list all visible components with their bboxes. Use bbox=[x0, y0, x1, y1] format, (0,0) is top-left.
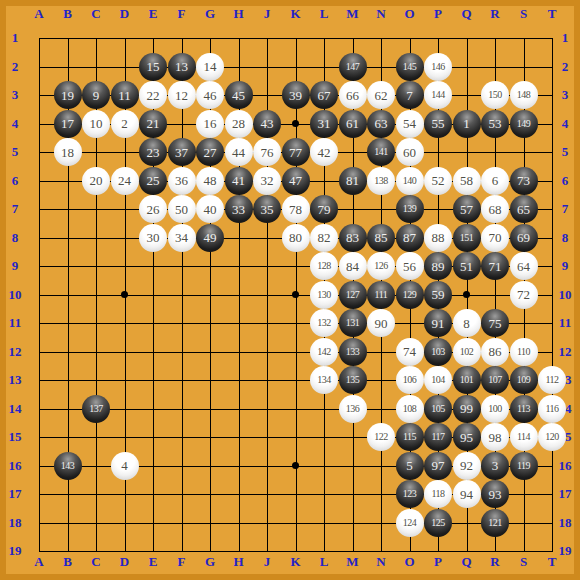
move-number: 11 bbox=[118, 89, 131, 102]
stone-Q15: 95 bbox=[453, 423, 481, 451]
col-label-K: K bbox=[281, 5, 310, 23]
col-label-D: D bbox=[110, 5, 139, 23]
go-board-grid: 1234567891011121314151617181920212223242… bbox=[25, 24, 567, 566]
stone-S16: 119 bbox=[510, 452, 538, 480]
move-number: 92 bbox=[460, 459, 473, 472]
move-number: 10 bbox=[90, 117, 103, 130]
stone-P2: 146 bbox=[424, 53, 452, 81]
stone-Q9: 51 bbox=[453, 252, 481, 280]
move-number: 122 bbox=[374, 432, 388, 442]
stone-H4: 28 bbox=[225, 110, 253, 138]
stone-P9: 89 bbox=[424, 252, 452, 280]
move-number: 30 bbox=[147, 231, 160, 244]
stone-N9: 126 bbox=[367, 252, 395, 280]
col-label-P: P bbox=[424, 5, 453, 23]
stone-R15: 98 bbox=[481, 423, 509, 451]
stone-P17: 118 bbox=[424, 480, 452, 508]
stone-P15: 117 bbox=[424, 423, 452, 451]
move-number: 138 bbox=[374, 176, 388, 186]
stone-Q14: 99 bbox=[453, 395, 481, 423]
move-number: 75 bbox=[489, 317, 502, 330]
stone-S7: 65 bbox=[510, 195, 538, 223]
move-number: 42 bbox=[318, 146, 331, 159]
move-number: 129 bbox=[403, 290, 417, 300]
move-number: 4 bbox=[121, 459, 128, 472]
move-number: 82 bbox=[318, 231, 331, 244]
move-number: 123 bbox=[403, 489, 417, 499]
move-number: 72 bbox=[517, 288, 530, 301]
move-number: 60 bbox=[403, 146, 416, 159]
move-number: 54 bbox=[403, 117, 416, 130]
stone-M14: 136 bbox=[339, 395, 367, 423]
move-number: 116 bbox=[545, 404, 558, 414]
stone-S8: 69 bbox=[510, 224, 538, 252]
move-number: 146 bbox=[431, 62, 445, 72]
stone-P13: 104 bbox=[424, 366, 452, 394]
stone-O16: 5 bbox=[396, 452, 424, 480]
move-number: 53 bbox=[489, 117, 502, 130]
move-number: 55 bbox=[432, 117, 445, 130]
stone-R8: 70 bbox=[481, 224, 509, 252]
stone-P16: 97 bbox=[424, 452, 452, 480]
stone-R6: 6 bbox=[481, 167, 509, 195]
go-diagram: ABCDEFGHJKLMNOPQRST ABCDEFGHJKLMNOPQRST … bbox=[0, 0, 580, 580]
col-label-N: N bbox=[367, 5, 396, 23]
stone-J5: 76 bbox=[253, 138, 281, 166]
col-label-A: A bbox=[25, 5, 54, 23]
stone-P12: 103 bbox=[424, 338, 452, 366]
stone-C6: 20 bbox=[82, 167, 110, 195]
stone-L9: 128 bbox=[310, 252, 338, 280]
stone-L7: 79 bbox=[310, 195, 338, 223]
stone-O7: 139 bbox=[396, 195, 424, 223]
move-number: 105 bbox=[431, 404, 445, 414]
move-number: 65 bbox=[517, 203, 530, 216]
stone-O14: 108 bbox=[396, 395, 424, 423]
stone-P6: 52 bbox=[424, 167, 452, 195]
move-number: 37 bbox=[175, 146, 188, 159]
star-point-K16 bbox=[292, 462, 299, 469]
stone-R9: 71 bbox=[481, 252, 509, 280]
move-number: 120 bbox=[545, 432, 559, 442]
stone-L13: 134 bbox=[310, 366, 338, 394]
stone-P14: 105 bbox=[424, 395, 452, 423]
stone-O10: 129 bbox=[396, 281, 424, 309]
stone-D6: 24 bbox=[111, 167, 139, 195]
stone-Q7: 57 bbox=[453, 195, 481, 223]
stone-O6: 140 bbox=[396, 167, 424, 195]
stone-E7: 26 bbox=[139, 195, 167, 223]
move-number: 77 bbox=[289, 146, 302, 159]
stone-M3: 66 bbox=[339, 81, 367, 109]
stone-P3: 144 bbox=[424, 81, 452, 109]
move-number: 97 bbox=[432, 459, 445, 472]
stone-R17: 93 bbox=[481, 480, 509, 508]
move-number: 128 bbox=[317, 261, 331, 271]
stone-Q12: 102 bbox=[453, 338, 481, 366]
move-number: 45 bbox=[232, 89, 245, 102]
stone-G6: 48 bbox=[196, 167, 224, 195]
stone-M4: 61 bbox=[339, 110, 367, 138]
move-number: 115 bbox=[403, 432, 416, 442]
stone-T13: 112 bbox=[538, 366, 566, 394]
move-number: 62 bbox=[375, 89, 388, 102]
move-number: 130 bbox=[317, 290, 331, 300]
move-number: 28 bbox=[232, 117, 245, 130]
star-point-Q10 bbox=[463, 291, 470, 298]
move-number: 51 bbox=[460, 260, 473, 273]
move-number: 118 bbox=[431, 489, 444, 499]
move-number: 40 bbox=[204, 203, 217, 216]
move-number: 1 bbox=[463, 117, 470, 130]
stone-S15: 114 bbox=[510, 423, 538, 451]
stone-J6: 32 bbox=[253, 167, 281, 195]
move-number: 22 bbox=[147, 89, 160, 102]
stone-G8: 49 bbox=[196, 224, 224, 252]
move-number: 46 bbox=[204, 89, 217, 102]
move-number: 106 bbox=[403, 375, 417, 385]
stone-D16: 4 bbox=[111, 452, 139, 480]
move-number: 16 bbox=[204, 117, 217, 130]
col-label-R: R bbox=[481, 5, 510, 23]
move-number: 63 bbox=[375, 117, 388, 130]
move-number: 125 bbox=[431, 518, 445, 528]
stone-L5: 42 bbox=[310, 138, 338, 166]
move-number: 52 bbox=[432, 174, 445, 187]
stone-O17: 123 bbox=[396, 480, 424, 508]
move-number: 124 bbox=[403, 518, 417, 528]
stone-K5: 77 bbox=[282, 138, 310, 166]
move-number: 104 bbox=[431, 375, 445, 385]
stone-L4: 31 bbox=[310, 110, 338, 138]
move-number: 66 bbox=[346, 89, 359, 102]
stone-S12: 110 bbox=[510, 338, 538, 366]
stone-O12: 74 bbox=[396, 338, 424, 366]
move-number: 114 bbox=[517, 432, 530, 442]
move-number: 39 bbox=[289, 89, 302, 102]
move-number: 87 bbox=[403, 231, 416, 244]
stone-T14: 116 bbox=[538, 395, 566, 423]
move-number: 68 bbox=[489, 203, 502, 216]
stone-M11: 131 bbox=[339, 309, 367, 337]
col-label-T: T bbox=[538, 5, 567, 23]
move-number: 2 bbox=[121, 117, 128, 130]
stone-F7: 50 bbox=[168, 195, 196, 223]
stone-R13: 107 bbox=[481, 366, 509, 394]
star-point-D10 bbox=[121, 291, 128, 298]
move-number: 112 bbox=[545, 375, 558, 385]
move-number: 48 bbox=[204, 174, 217, 187]
move-number: 50 bbox=[175, 203, 188, 216]
stone-P11: 91 bbox=[424, 309, 452, 337]
stone-S9: 64 bbox=[510, 252, 538, 280]
move-number: 79 bbox=[318, 203, 331, 216]
stone-R3: 150 bbox=[481, 81, 509, 109]
stone-M13: 135 bbox=[339, 366, 367, 394]
stone-O5: 60 bbox=[396, 138, 424, 166]
stone-N5: 141 bbox=[367, 138, 395, 166]
move-number: 13 bbox=[175, 60, 188, 73]
stone-L8: 82 bbox=[310, 224, 338, 252]
stone-Q16: 92 bbox=[453, 452, 481, 480]
move-number: 56 bbox=[403, 260, 416, 273]
stone-C3: 9 bbox=[82, 81, 110, 109]
stone-B5: 18 bbox=[54, 138, 82, 166]
move-number: 147 bbox=[346, 62, 360, 72]
move-number: 17 bbox=[61, 117, 74, 130]
move-number: 31 bbox=[318, 117, 331, 130]
stone-Q4: 1 bbox=[453, 110, 481, 138]
stone-N8: 85 bbox=[367, 224, 395, 252]
move-number: 117 bbox=[431, 432, 444, 442]
move-number: 144 bbox=[431, 90, 445, 100]
move-number: 133 bbox=[346, 347, 360, 357]
stone-M8: 83 bbox=[339, 224, 367, 252]
col-label-L: L bbox=[310, 5, 339, 23]
move-number: 58 bbox=[460, 174, 473, 187]
move-number: 98 bbox=[489, 431, 502, 444]
move-number: 102 bbox=[460, 347, 474, 357]
stone-B3: 19 bbox=[54, 81, 82, 109]
move-number: 12 bbox=[175, 89, 188, 102]
move-number: 89 bbox=[432, 260, 445, 273]
stone-O8: 87 bbox=[396, 224, 424, 252]
stone-F8: 34 bbox=[168, 224, 196, 252]
stone-M6: 81 bbox=[339, 167, 367, 195]
stone-N3: 62 bbox=[367, 81, 395, 109]
col-label-M: M bbox=[338, 5, 367, 23]
move-number: 148 bbox=[517, 90, 531, 100]
stone-E3: 22 bbox=[139, 81, 167, 109]
stone-E6: 25 bbox=[139, 167, 167, 195]
move-number: 34 bbox=[175, 231, 188, 244]
stone-K7: 78 bbox=[282, 195, 310, 223]
stone-E5: 23 bbox=[139, 138, 167, 166]
col-label-F: F bbox=[167, 5, 196, 23]
move-number: 100 bbox=[488, 404, 502, 414]
stone-G2: 14 bbox=[196, 53, 224, 81]
move-number: 121 bbox=[488, 518, 502, 528]
stone-M2: 147 bbox=[339, 53, 367, 81]
col-label-Q: Q bbox=[452, 5, 481, 23]
column-labels-top: ABCDEFGHJKLMNOPQRST bbox=[25, 5, 567, 23]
star-point-K4 bbox=[292, 120, 299, 127]
stone-H6: 41 bbox=[225, 167, 253, 195]
move-number: 8 bbox=[463, 317, 470, 330]
stone-H7: 33 bbox=[225, 195, 253, 223]
move-number: 19 bbox=[61, 89, 74, 102]
move-number: 24 bbox=[118, 174, 131, 187]
move-number: 88 bbox=[432, 231, 445, 244]
stone-B4: 17 bbox=[54, 110, 82, 138]
move-number: 59 bbox=[432, 288, 445, 301]
move-number: 6 bbox=[492, 174, 499, 187]
move-number: 26 bbox=[147, 203, 160, 216]
move-number: 57 bbox=[460, 203, 473, 216]
move-number: 132 bbox=[317, 318, 331, 328]
move-number: 36 bbox=[175, 174, 188, 187]
move-number: 143 bbox=[61, 461, 75, 471]
move-number: 14 bbox=[204, 60, 217, 73]
move-number: 23 bbox=[147, 146, 160, 159]
move-number: 86 bbox=[489, 345, 502, 358]
stone-Q6: 58 bbox=[453, 167, 481, 195]
move-number: 61 bbox=[346, 117, 359, 130]
stone-J4: 43 bbox=[253, 110, 281, 138]
stone-F6: 36 bbox=[168, 167, 196, 195]
move-number: 43 bbox=[261, 117, 274, 130]
stone-Q13: 101 bbox=[453, 366, 481, 394]
stone-D4: 2 bbox=[111, 110, 139, 138]
stone-L10: 130 bbox=[310, 281, 338, 309]
stone-H3: 45 bbox=[225, 81, 253, 109]
move-number: 150 bbox=[488, 90, 502, 100]
stone-H5: 44 bbox=[225, 138, 253, 166]
stone-C14: 137 bbox=[82, 395, 110, 423]
move-number: 113 bbox=[517, 404, 530, 414]
stone-G5: 27 bbox=[196, 138, 224, 166]
stone-R7: 68 bbox=[481, 195, 509, 223]
move-number: 25 bbox=[147, 174, 160, 187]
stone-O15: 115 bbox=[396, 423, 424, 451]
move-number: 95 bbox=[460, 431, 473, 444]
move-number: 9 bbox=[93, 89, 100, 102]
move-number: 101 bbox=[460, 375, 474, 385]
move-number: 111 bbox=[375, 290, 388, 300]
move-number: 83 bbox=[346, 231, 359, 244]
stone-F2: 13 bbox=[168, 53, 196, 81]
col-label-E: E bbox=[139, 5, 168, 23]
stone-G7: 40 bbox=[196, 195, 224, 223]
col-label-C: C bbox=[82, 5, 111, 23]
stone-N4: 63 bbox=[367, 110, 395, 138]
move-number: 85 bbox=[375, 231, 388, 244]
stone-E4: 21 bbox=[139, 110, 167, 138]
move-number: 145 bbox=[403, 62, 417, 72]
move-number: 134 bbox=[317, 375, 331, 385]
col-label-J: J bbox=[253, 5, 282, 23]
move-number: 119 bbox=[517, 461, 530, 471]
move-number: 33 bbox=[232, 203, 245, 216]
stone-N10: 111 bbox=[367, 281, 395, 309]
stone-S6: 73 bbox=[510, 167, 538, 195]
move-number: 44 bbox=[232, 146, 245, 159]
move-number: 108 bbox=[403, 404, 417, 414]
stone-Q17: 94 bbox=[453, 480, 481, 508]
stone-B16: 143 bbox=[54, 452, 82, 480]
move-number: 90 bbox=[375, 317, 388, 330]
move-number: 141 bbox=[374, 147, 388, 157]
stone-O2: 145 bbox=[396, 53, 424, 81]
stone-Q8: 151 bbox=[453, 224, 481, 252]
stone-M12: 133 bbox=[339, 338, 367, 366]
stone-M9: 84 bbox=[339, 252, 367, 280]
move-number: 91 bbox=[432, 317, 445, 330]
move-number: 126 bbox=[374, 261, 388, 271]
stone-L12: 142 bbox=[310, 338, 338, 366]
move-number: 64 bbox=[517, 260, 530, 273]
col-label-S: S bbox=[509, 5, 538, 23]
move-number: 151 bbox=[460, 233, 474, 243]
move-number: 135 bbox=[346, 375, 360, 385]
stone-R14: 100 bbox=[481, 395, 509, 423]
move-number: 21 bbox=[147, 117, 160, 130]
stone-E2: 15 bbox=[139, 53, 167, 81]
move-number: 149 bbox=[517, 119, 531, 129]
move-number: 18 bbox=[61, 146, 74, 159]
move-number: 71 bbox=[489, 260, 502, 273]
move-number: 49 bbox=[204, 231, 217, 244]
stone-G3: 46 bbox=[196, 81, 224, 109]
move-number: 93 bbox=[489, 488, 502, 501]
move-number: 47 bbox=[289, 174, 302, 187]
move-number: 81 bbox=[346, 174, 359, 187]
stone-K3: 39 bbox=[282, 81, 310, 109]
stone-Q11: 8 bbox=[453, 309, 481, 337]
stone-S3: 148 bbox=[510, 81, 538, 109]
move-number: 127 bbox=[346, 290, 360, 300]
move-number: 142 bbox=[317, 347, 331, 357]
move-number: 136 bbox=[346, 404, 360, 414]
move-number: 103 bbox=[431, 347, 445, 357]
col-label-H: H bbox=[224, 5, 253, 23]
move-number: 20 bbox=[90, 174, 103, 187]
move-number: 107 bbox=[488, 375, 502, 385]
stone-D3: 11 bbox=[111, 81, 139, 109]
move-number: 110 bbox=[517, 347, 530, 357]
stone-P10: 59 bbox=[424, 281, 452, 309]
stone-S14: 113 bbox=[510, 395, 538, 423]
move-number: 67 bbox=[318, 89, 331, 102]
stone-O3: 7 bbox=[396, 81, 424, 109]
stone-K6: 47 bbox=[282, 167, 310, 195]
move-number: 7 bbox=[406, 89, 413, 102]
move-number: 15 bbox=[147, 60, 160, 73]
stone-O13: 106 bbox=[396, 366, 424, 394]
stone-R4: 53 bbox=[481, 110, 509, 138]
move-number: 70 bbox=[489, 231, 502, 244]
stone-L3: 67 bbox=[310, 81, 338, 109]
move-number: 94 bbox=[460, 488, 473, 501]
col-label-O: O bbox=[395, 5, 424, 23]
move-number: 32 bbox=[261, 174, 274, 187]
stone-J7: 35 bbox=[253, 195, 281, 223]
move-number: 80 bbox=[289, 231, 302, 244]
move-number: 137 bbox=[89, 404, 103, 414]
stone-S13: 109 bbox=[510, 366, 538, 394]
move-number: 41 bbox=[232, 174, 245, 187]
stone-K8: 80 bbox=[282, 224, 310, 252]
move-number: 99 bbox=[460, 402, 473, 415]
stone-S10: 72 bbox=[510, 281, 538, 309]
move-number: 78 bbox=[289, 203, 302, 216]
move-number: 3 bbox=[492, 459, 499, 472]
stone-R12: 86 bbox=[481, 338, 509, 366]
stone-R11: 75 bbox=[481, 309, 509, 337]
stone-N6: 138 bbox=[367, 167, 395, 195]
move-number: 140 bbox=[403, 176, 417, 186]
stone-O9: 56 bbox=[396, 252, 424, 280]
stone-E8: 30 bbox=[139, 224, 167, 252]
stone-R18: 121 bbox=[481, 509, 509, 537]
move-number: 84 bbox=[346, 260, 359, 273]
stone-P8: 88 bbox=[424, 224, 452, 252]
stone-C4: 10 bbox=[82, 110, 110, 138]
col-label-G: G bbox=[196, 5, 225, 23]
move-number: 139 bbox=[403, 204, 417, 214]
stone-L11: 132 bbox=[310, 309, 338, 337]
stone-P18: 125 bbox=[424, 509, 452, 537]
